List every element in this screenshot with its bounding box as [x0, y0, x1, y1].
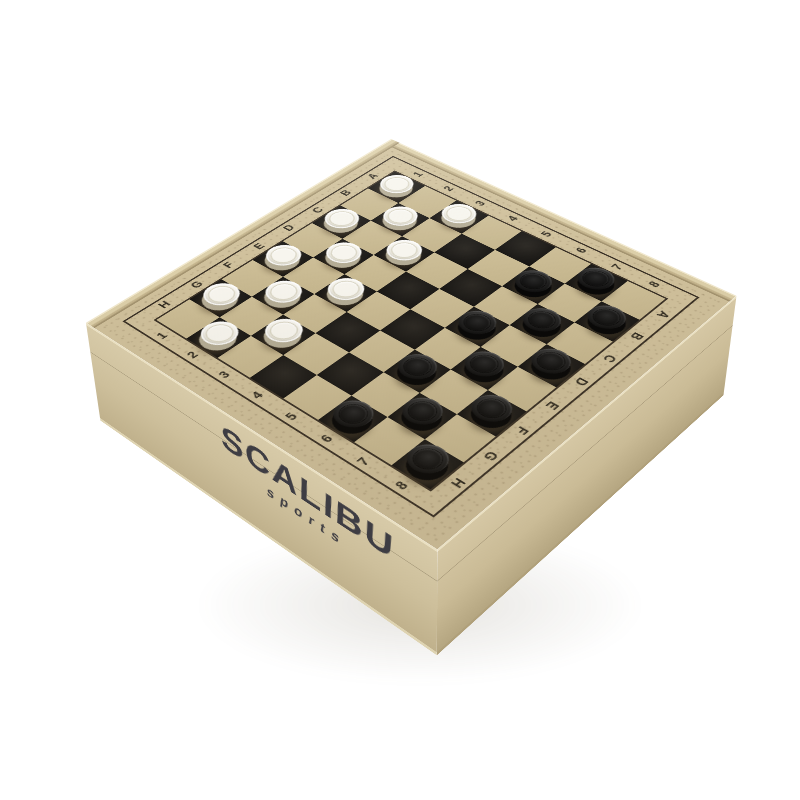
- square-D6[interactable]: [445, 307, 510, 347]
- rank-label-far-2: 2: [441, 185, 455, 192]
- square-H3[interactable]: [218, 336, 284, 378]
- square-F7[interactable]: [420, 370, 488, 415]
- square-D7[interactable]: [481, 325, 547, 367]
- file-label-left-C: C: [310, 206, 326, 215]
- file-label-left-G: G: [189, 279, 206, 289]
- white-checker-top: [257, 314, 310, 347]
- file-label-right-B: B: [628, 331, 646, 342]
- file-label-left-A: A: [365, 172, 380, 180]
- rank-label-far-7: 7: [609, 262, 625, 271]
- square-H5[interactable]: [283, 375, 351, 420]
- square-E8[interactable]: [488, 367, 556, 412]
- checker-black-E7[interactable]: [457, 351, 512, 386]
- black-checker-top: [398, 439, 457, 480]
- file-label-right-C: C: [601, 353, 619, 364]
- checker-black-H6[interactable]: [324, 400, 381, 438]
- square-E7[interactable]: [451, 347, 518, 390]
- rank-label-near-4: 4: [249, 390, 265, 401]
- rank-label-near-3: 3: [216, 369, 232, 379]
- checker-black-B8[interactable]: [580, 305, 633, 338]
- file-label-right-E: E: [544, 400, 562, 412]
- checker-black-D8[interactable]: [524, 348, 579, 383]
- rank-label-far-8: 8: [646, 279, 662, 288]
- square-C8[interactable]: [547, 322, 613, 364]
- rank-label-near-8: 8: [392, 479, 410, 491]
- square-G6[interactable]: [352, 372, 420, 417]
- square-B8[interactable]: [575, 301, 640, 341]
- product-photo-scene: 1122334455667788AABBCCDDEEFFGGHH SCALIBU…: [0, 0, 800, 800]
- square-G4[interactable]: [283, 333, 349, 375]
- file-label-right-D: D: [573, 376, 592, 388]
- square-E5[interactable]: [380, 309, 445, 349]
- black-checker-top: [463, 390, 520, 428]
- file-label-left-E: E: [252, 242, 267, 251]
- black-checker-top: [390, 349, 445, 384]
- file-label-left-B: B: [338, 189, 353, 197]
- file-label-right-G: G: [481, 449, 501, 463]
- rank-label-far-3: 3: [472, 199, 486, 207]
- checker-black-D6[interactable]: [451, 310, 504, 343]
- square-E6[interactable]: [415, 328, 481, 370]
- square-F5[interactable]: [349, 331, 415, 373]
- square-C7[interactable]: [510, 304, 575, 344]
- black-checker-top: [580, 301, 633, 334]
- checker-black-C7[interactable]: [515, 307, 568, 340]
- rank-label-near-5: 5: [282, 411, 299, 422]
- black-checker-top: [524, 344, 579, 379]
- square-H7[interactable]: [354, 417, 425, 465]
- square-F8[interactable]: [457, 390, 527, 436]
- black-checker-top: [515, 304, 568, 337]
- black-checker-top: [457, 346, 512, 381]
- square-H2[interactable]: [186, 317, 250, 358]
- square-G3[interactable]: [251, 315, 316, 355]
- square-D8[interactable]: [518, 344, 585, 387]
- square-H4[interactable]: [250, 355, 317, 398]
- file-label-right-F: F: [514, 424, 532, 436]
- square-F4[interactable]: [316, 312, 381, 352]
- file-label-right-A: A: [655, 309, 673, 320]
- square-G5[interactable]: [317, 352, 384, 395]
- rank-label-far-4: 4: [505, 214, 520, 222]
- camera-tilt: 1122334455667788AABBCCDDEEFFGGHH SCALIBU…: [0, 0, 800, 800]
- file-label-right-H: H: [449, 476, 469, 490]
- checker-black-F6[interactable]: [390, 353, 445, 389]
- white-checker-top: [193, 317, 246, 350]
- rank-label-near-6: 6: [318, 433, 335, 444]
- square-G8[interactable]: [425, 414, 496, 462]
- square-H6[interactable]: [318, 396, 387, 442]
- rank-label-near-2: 2: [184, 350, 200, 360]
- square-F6[interactable]: [384, 350, 451, 393]
- black-checker-top: [325, 395, 382, 433]
- square-G7[interactable]: [388, 393, 457, 439]
- black-checker-top: [394, 392, 451, 430]
- square-H8[interactable]: [392, 439, 464, 489]
- black-checker-top: [451, 306, 504, 339]
- rank-label-near-1: 1: [154, 331, 169, 341]
- file-label-left-H: H: [156, 299, 173, 309]
- checker-white-H2[interactable]: [192, 321, 245, 354]
- rank-label-near-7: 7: [354, 455, 372, 467]
- rank-label-far-6: 6: [573, 246, 588, 254]
- file-label-left-D: D: [281, 223, 297, 232]
- checker-black-G7[interactable]: [394, 397, 451, 435]
- board-face: 1122334455667788AABBCCDDEEFFGGHH: [86, 139, 737, 549]
- checker-white-G3[interactable]: [257, 318, 310, 351]
- file-label-left-F: F: [221, 260, 236, 269]
- checker-black-F8[interactable]: [463, 394, 520, 432]
- rank-label-far-1: 1: [410, 170, 424, 177]
- checker-black-H8[interactable]: [398, 444, 457, 485]
- rank-label-far-5: 5: [538, 230, 553, 238]
